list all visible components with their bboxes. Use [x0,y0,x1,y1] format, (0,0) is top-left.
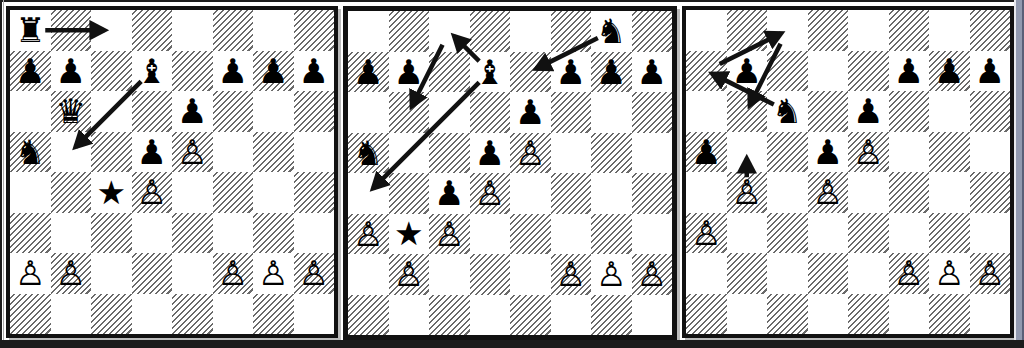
piece-white-pawn: ♙ [470,173,511,214]
piece-black-pawn: ♟ [429,173,470,214]
square-h6 [294,91,335,132]
piece-black-pawn: ♟ [172,91,213,132]
piece-white-pawn: ♙ [889,253,930,294]
square-b7: ♟ [727,51,768,92]
piece-black-pawn: ♟ [10,51,51,92]
window-edge-top [0,0,1014,2]
square-c2 [91,253,132,294]
page: ♜♟♟♝♟♟♟♛♟♞♟♙♙♙♙♙♙♙★ ♞♟♟♝♟♟♟♟♞♟♙♟♙♙♙♙♙♙♙★… [0,0,1024,348]
square-c5 [91,132,132,173]
square-h4 [294,172,335,213]
square-f7: ♟ [889,51,930,92]
square-d3 [470,214,511,255]
square-h8 [632,11,673,52]
square-a8: ♜ [10,10,51,51]
square-e6: ♟ [172,91,213,132]
square-c1 [429,295,470,336]
square-b5 [389,133,430,174]
square-e7 [848,51,889,92]
square-d2 [470,254,511,295]
square-h1 [632,295,673,336]
square-e8 [172,10,213,51]
piece-white-pawn: ♙ [591,254,632,295]
square-f3 [213,213,254,254]
square-a7: ♟ [10,51,51,92]
square-d7 [808,51,849,92]
square-h3 [970,213,1011,254]
square-c5 [429,133,470,174]
square-d1 [470,295,511,336]
square-d7: ♝ [470,52,511,93]
piece-white-pawn: ♙ [632,254,673,295]
square-d5: ♟ [132,132,173,173]
square-a5: ♞ [348,133,389,174]
square-b5 [727,132,768,173]
key-square-star-c4: ★ [91,172,132,213]
square-h6 [970,91,1011,132]
piece-black-pawn: ♟ [294,51,335,92]
piece-white-pawn: ♙ [551,254,592,295]
square-g6 [929,91,970,132]
square-a2 [348,254,389,295]
square-b6: ♛ [51,91,92,132]
square-d6 [132,91,173,132]
piece-white-pawn: ♙ [727,172,768,213]
square-f6 [889,91,930,132]
square-a1 [10,294,51,335]
square-b3 [51,213,92,254]
square-e1 [510,295,551,336]
piece-white-pawn: ♙ [348,214,389,255]
square-b5 [51,132,92,173]
square-g4 [591,173,632,214]
square-f5 [889,132,930,173]
square-a2 [686,253,727,294]
square-e1 [172,294,213,335]
piece-white-pawn: ♙ [970,253,1011,294]
square-c2 [767,253,808,294]
square-a8 [686,10,727,51]
piece-black-knight: ♞ [348,133,389,174]
square-c5 [767,132,808,173]
piece-black-pawn: ♟ [551,52,592,93]
piece-black-knight: ♞ [10,132,51,173]
piece-white-pawn: ♙ [213,253,254,294]
square-e4 [172,172,213,213]
square-e4 [848,172,889,213]
square-g1 [591,295,632,336]
piece-white-pawn: ♙ [510,133,551,174]
square-c6: ♞ [767,91,808,132]
square-a4 [686,172,727,213]
chess-diagram-2: ♞♟♟♝♟♟♟♟♞♟♙♟♙♙♙♙♙♙♙★ [343,6,677,340]
square-e4 [510,173,551,214]
piece-white-pawn: ♙ [686,213,727,254]
square-f1 [889,294,930,335]
square-a3: ♙ [686,213,727,254]
square-g3 [253,213,294,254]
piece-black-pawn: ♟ [132,132,173,173]
square-f4 [551,173,592,214]
piece-black-pawn: ♟ [510,92,551,133]
square-d5: ♟ [470,133,511,174]
chess-board-2: ♞♟♟♝♟♟♟♟♞♟♙♟♙♙♙♙♙♙♙★ [348,11,672,335]
square-c8 [429,11,470,52]
square-b1 [727,294,768,335]
square-d3 [132,213,173,254]
square-c6 [91,91,132,132]
square-c8 [91,10,132,51]
square-a4 [10,172,51,213]
square-h2: ♙ [294,253,335,294]
square-f2: ♙ [889,253,930,294]
square-f4 [213,172,254,213]
square-c7 [429,52,470,93]
square-c1 [767,294,808,335]
square-b4: ♙ [727,172,768,213]
square-g6 [591,92,632,133]
piece-black-pawn: ♟ [51,51,92,92]
chess-board-1: ♜♟♟♝♟♟♟♛♟♞♟♙♙♙♙♙♙♙★ [10,10,334,334]
square-e3 [510,214,551,255]
square-e3 [848,213,889,254]
square-h6 [632,92,673,133]
piece-black-pawn: ♟ [929,51,970,92]
chess-diagram-1: ♜♟♟♝♟♟♟♛♟♞♟♙♙♙♙♙♙♙★ [6,6,338,338]
square-h7: ♟ [970,51,1011,92]
square-h2: ♙ [970,253,1011,294]
square-c1 [91,294,132,335]
window-edge-bottom [0,340,1024,348]
square-b8 [389,11,430,52]
square-f1 [213,294,254,335]
piece-white-pawn: ♙ [253,253,294,294]
square-e2 [848,253,889,294]
square-a8 [348,11,389,52]
square-e2 [172,253,213,294]
square-c4: ♟ [429,173,470,214]
square-d8 [808,10,849,51]
square-d7: ♝ [132,51,173,92]
square-f8 [551,11,592,52]
square-g7: ♟ [929,51,970,92]
piece-white-pawn: ♙ [294,253,335,294]
square-b7: ♟ [51,51,92,92]
piece-white-pawn: ♙ [429,214,470,255]
square-g6 [253,91,294,132]
square-g3 [929,213,970,254]
square-h5 [632,133,673,174]
square-b6 [389,92,430,133]
window-edge-left-highlight [3,0,4,341]
piece-black-pawn: ♟ [686,132,727,173]
square-e5: ♙ [172,132,213,173]
square-f8 [213,10,254,51]
square-e7 [510,52,551,93]
square-d3 [808,213,849,254]
square-e5: ♙ [510,133,551,174]
square-b8 [727,10,768,51]
square-e7 [172,51,213,92]
piece-white-pawn: ♙ [51,253,92,294]
square-f4 [889,172,930,213]
piece-black-knight: ♞ [767,91,808,132]
piece-black-rook: ♜ [10,10,51,51]
square-b2 [727,253,768,294]
piece-white-pawn: ♙ [10,253,51,294]
square-b3 [727,213,768,254]
square-d4: ♙ [470,173,511,214]
square-c2 [429,254,470,295]
square-h1 [970,294,1011,335]
square-g7: ♟ [253,51,294,92]
square-e6: ♟ [848,91,889,132]
square-d5: ♟ [808,132,849,173]
square-f2: ♙ [551,254,592,295]
square-h1 [294,294,335,335]
square-b2: ♙ [389,254,430,295]
key-square-star-b3: ★ [389,214,430,255]
piece-black-pawn: ♟ [727,51,768,92]
square-b4 [389,173,430,214]
square-g4 [253,172,294,213]
square-d6 [470,92,511,133]
square-h3 [632,214,673,255]
square-b2: ♙ [51,253,92,294]
piece-white-pawn: ♙ [172,132,213,173]
piece-white-pawn: ♙ [929,253,970,294]
square-d8 [132,10,173,51]
square-a4 [348,173,389,214]
square-b4 [51,172,92,213]
square-g4 [929,172,970,213]
square-d2 [132,253,173,294]
square-d1 [808,294,849,335]
square-d2 [808,253,849,294]
square-f1 [551,295,592,336]
piece-black-pawn: ♟ [808,132,849,173]
square-e5: ♙ [848,132,889,173]
square-c3: ♙ [429,214,470,255]
square-c8 [767,10,808,51]
square-b7: ♟ [389,52,430,93]
square-g1 [929,294,970,335]
piece-white-pawn: ♙ [808,172,849,213]
square-g1 [253,294,294,335]
piece-black-queen: ♛ [51,91,92,132]
square-d6 [808,91,849,132]
square-a5: ♞ [10,132,51,173]
piece-black-pawn: ♟ [470,133,511,174]
square-b6 [727,91,768,132]
square-a6 [686,91,727,132]
square-c3 [767,213,808,254]
square-g8 [253,10,294,51]
chess-board-3: ♟♟♟♟♞♟♟♟♙♙♙♙♙♙♙ [686,10,1010,334]
window-edge-left [0,0,2,341]
square-c4 [767,172,808,213]
piece-black-pawn: ♟ [253,51,294,92]
square-f2: ♙ [213,253,254,294]
square-h8 [294,10,335,51]
piece-black-pawn: ♟ [389,52,430,93]
square-h4 [632,173,673,214]
square-e8 [848,10,889,51]
square-c6 [429,92,470,133]
square-e1 [848,294,889,335]
square-e6: ♟ [510,92,551,133]
square-g2: ♙ [253,253,294,294]
square-a6 [348,92,389,133]
piece-white-pawn: ♙ [389,254,430,295]
square-g5 [591,133,632,174]
piece-black-pawn: ♟ [213,51,254,92]
square-a2: ♙ [10,253,51,294]
square-f8 [889,10,930,51]
piece-black-knight: ♞ [591,11,632,52]
square-h4 [970,172,1011,213]
square-b1 [389,295,430,336]
square-b1 [51,294,92,335]
square-h8 [970,10,1011,51]
square-a5: ♟ [686,132,727,173]
piece-black-pawn: ♟ [632,52,673,93]
piece-black-bishop: ♝ [470,52,511,93]
square-g8 [929,10,970,51]
square-d8 [470,11,511,52]
square-a3: ♙ [348,214,389,255]
square-h3 [294,213,335,254]
square-c7 [767,51,808,92]
square-f7: ♟ [213,51,254,92]
square-f7: ♟ [551,52,592,93]
square-f6 [213,91,254,132]
square-f3 [889,213,930,254]
square-g5 [253,132,294,173]
square-g3 [591,214,632,255]
square-g8: ♞ [591,11,632,52]
piece-black-bishop: ♝ [132,51,173,92]
square-h2: ♙ [632,254,673,295]
square-g2: ♙ [929,253,970,294]
piece-black-pawn: ♟ [591,52,632,93]
square-e2 [510,254,551,295]
piece-white-pawn: ♙ [848,132,889,173]
square-h5 [970,132,1011,173]
square-a1 [348,295,389,336]
square-a1 [686,294,727,335]
square-e3 [172,213,213,254]
square-g7: ♟ [591,52,632,93]
square-a6 [10,91,51,132]
square-c3 [91,213,132,254]
square-f3 [551,214,592,255]
square-b8 [51,10,92,51]
chess-diagram-3: ♟♟♟♟♞♟♟♟♙♙♙♙♙♙♙ [682,6,1014,338]
piece-black-pawn: ♟ [970,51,1011,92]
square-g2: ♙ [591,254,632,295]
square-d4: ♙ [132,172,173,213]
piece-black-pawn: ♟ [889,51,930,92]
square-h7: ♟ [632,52,673,93]
square-e8 [510,11,551,52]
window-edge-right-scrollbar[interactable] [1014,0,1024,340]
piece-black-pawn: ♟ [848,91,889,132]
square-d1 [132,294,173,335]
square-h7: ♟ [294,51,335,92]
piece-black-pawn: ♟ [348,52,389,93]
square-a7 [686,51,727,92]
square-a3 [10,213,51,254]
piece-white-pawn: ♙ [132,172,173,213]
square-c7 [91,51,132,92]
square-f5 [213,132,254,173]
square-f5 [551,133,592,174]
square-h5 [294,132,335,173]
square-f6 [551,92,592,133]
square-g5 [929,132,970,173]
square-d4: ♙ [808,172,849,213]
square-a7: ♟ [348,52,389,93]
